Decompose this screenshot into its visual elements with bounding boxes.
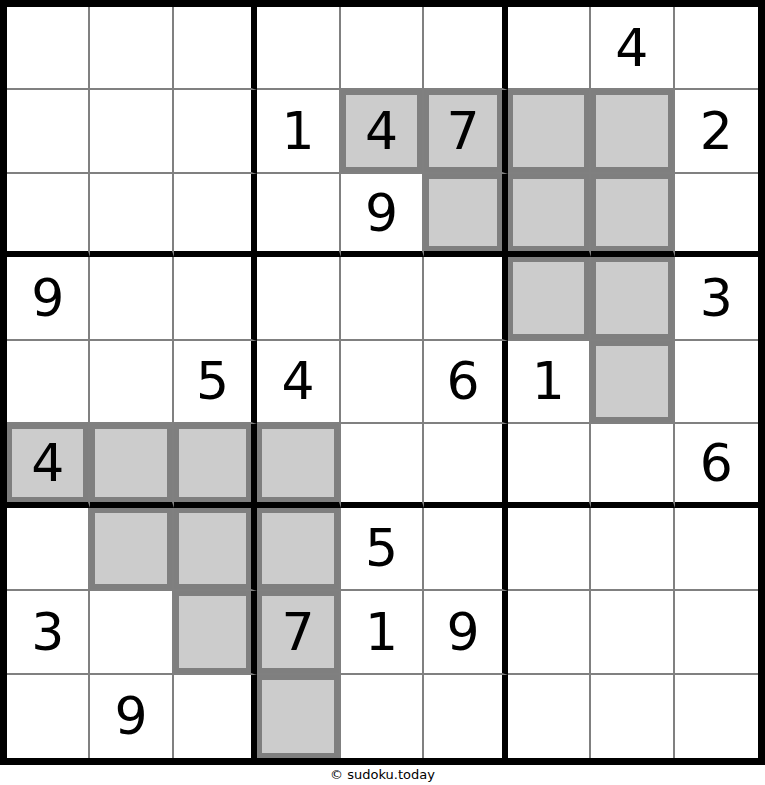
cell-r6c3[interactable] — [174, 424, 257, 507]
cell-r1c4[interactable] — [257, 7, 340, 90]
cell-r4c8[interactable] — [591, 257, 674, 340]
cell-r6c5[interactable] — [341, 424, 424, 507]
cell-r6c4[interactable] — [257, 424, 340, 507]
cell-r6c1[interactable]: 4 — [7, 424, 90, 507]
cell-r8c5[interactable]: 1 — [341, 591, 424, 674]
cell-r6c9[interactable]: 6 — [675, 424, 758, 507]
cell-r5c7[interactable]: 1 — [508, 341, 591, 424]
cell-r5c2[interactable] — [90, 341, 173, 424]
cell-r7c5[interactable]: 5 — [341, 508, 424, 591]
cell-r5c9[interactable] — [675, 341, 758, 424]
cell-r2c1[interactable] — [7, 90, 90, 173]
cell-r9c6[interactable] — [424, 675, 507, 758]
cell-r2c7[interactable] — [508, 90, 591, 173]
cell-r3c5[interactable]: 9 — [341, 174, 424, 257]
cell-r5c1[interactable] — [7, 341, 90, 424]
cell-r1c5[interactable] — [341, 7, 424, 90]
cell-r5c3[interactable]: 5 — [174, 341, 257, 424]
cell-r4c5[interactable] — [341, 257, 424, 340]
cell-r8c4[interactable]: 7 — [257, 591, 340, 674]
cell-r6c8[interactable] — [591, 424, 674, 507]
cell-r9c5[interactable] — [341, 675, 424, 758]
cell-r3c7[interactable] — [508, 174, 591, 257]
cell-r2c2[interactable] — [90, 90, 173, 173]
cell-r4c6[interactable] — [424, 257, 507, 340]
cell-r3c2[interactable] — [90, 174, 173, 257]
cell-r1c9[interactable] — [675, 7, 758, 90]
cell-r1c2[interactable] — [90, 7, 173, 90]
cell-r5c8[interactable] — [591, 341, 674, 424]
cell-r1c6[interactable] — [424, 7, 507, 90]
cell-r6c6[interactable] — [424, 424, 507, 507]
cell-r2c9[interactable]: 2 — [675, 90, 758, 173]
cell-r9c4[interactable] — [257, 675, 340, 758]
cell-r4c3[interactable] — [174, 257, 257, 340]
cell-r8c6[interactable]: 9 — [424, 591, 507, 674]
cell-r2c3[interactable] — [174, 90, 257, 173]
cell-r7c9[interactable] — [675, 508, 758, 591]
cell-r5c5[interactable] — [341, 341, 424, 424]
cell-r9c7[interactable] — [508, 675, 591, 758]
cell-r4c2[interactable] — [90, 257, 173, 340]
cell-r3c4[interactable] — [257, 174, 340, 257]
cell-r2c4[interactable]: 1 — [257, 90, 340, 173]
cell-r8c9[interactable] — [675, 591, 758, 674]
cell-r8c7[interactable] — [508, 591, 591, 674]
sudoku-board: 41472993546146537199 — [0, 0, 765, 765]
cell-r8c3[interactable] — [174, 591, 257, 674]
cell-r6c2[interactable] — [90, 424, 173, 507]
cell-r7c3[interactable] — [174, 508, 257, 591]
cell-r2c5[interactable]: 4 — [341, 90, 424, 173]
cell-r3c8[interactable] — [591, 174, 674, 257]
cell-r9c1[interactable] — [7, 675, 90, 758]
cell-r7c8[interactable] — [591, 508, 674, 591]
cell-r1c1[interactable] — [7, 7, 90, 90]
cell-r9c9[interactable] — [675, 675, 758, 758]
cell-r6c7[interactable] — [508, 424, 591, 507]
cell-r1c3[interactable] — [174, 7, 257, 90]
cell-r7c4[interactable] — [257, 508, 340, 591]
cell-r3c6[interactable] — [424, 174, 507, 257]
cell-r4c1[interactable]: 9 — [7, 257, 90, 340]
cell-r2c6[interactable]: 7 — [424, 90, 507, 173]
cell-r1c7[interactable] — [508, 7, 591, 90]
cell-r8c8[interactable] — [591, 591, 674, 674]
cell-r7c7[interactable] — [508, 508, 591, 591]
cell-r7c6[interactable] — [424, 508, 507, 591]
cell-r1c8[interactable]: 4 — [591, 7, 674, 90]
cell-r9c3[interactable] — [174, 675, 257, 758]
cell-r8c1[interactable]: 3 — [7, 591, 90, 674]
cell-r4c9[interactable]: 3 — [675, 257, 758, 340]
cell-r5c6[interactable]: 6 — [424, 341, 507, 424]
cell-r3c9[interactable] — [675, 174, 758, 257]
cell-r9c2[interactable]: 9 — [90, 675, 173, 758]
cell-r4c4[interactable] — [257, 257, 340, 340]
cell-r7c1[interactable] — [7, 508, 90, 591]
cell-r7c2[interactable] — [90, 508, 173, 591]
copyright-caption: © sudoku.today — [0, 765, 765, 785]
cell-r2c8[interactable] — [591, 90, 674, 173]
cell-r3c3[interactable] — [174, 174, 257, 257]
cell-r4c7[interactable] — [508, 257, 591, 340]
cell-r9c8[interactable] — [591, 675, 674, 758]
sudoku-page: 41472993546146537199 © sudoku.today — [0, 0, 765, 785]
cell-r5c4[interactable]: 4 — [257, 341, 340, 424]
cell-r8c2[interactable] — [90, 591, 173, 674]
cell-r3c1[interactable] — [7, 174, 90, 257]
